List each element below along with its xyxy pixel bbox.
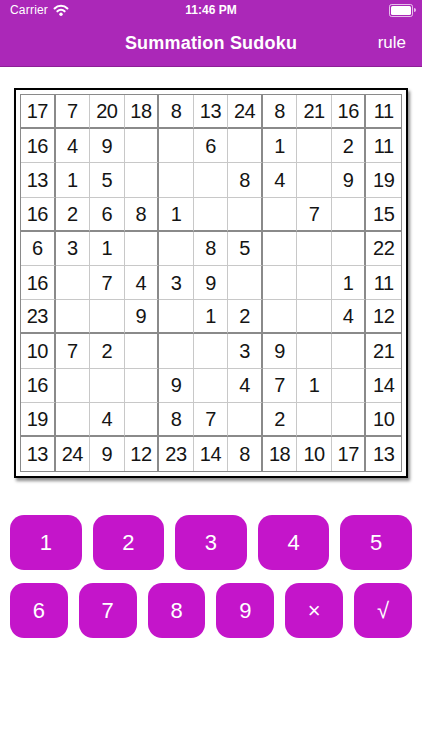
sum-clue-cell: 18 bbox=[125, 95, 160, 129]
page-title: Summation Sudoku bbox=[125, 33, 297, 54]
sum-clue-cell: 10 bbox=[297, 437, 332, 471]
sudoku-cell[interactable] bbox=[297, 163, 332, 197]
sudoku-cell[interactable]: 8 bbox=[125, 198, 160, 232]
sudoku-cell[interactable] bbox=[194, 369, 229, 403]
sum-clue-cell: 16 bbox=[332, 95, 367, 129]
sudoku-cell[interactable]: 9 bbox=[194, 266, 229, 300]
sudoku-cell[interactable] bbox=[56, 300, 91, 334]
sum-clue-cell: 7 bbox=[56, 95, 91, 129]
sudoku-cell[interactable]: 7 bbox=[194, 403, 229, 437]
sudoku-cell[interactable] bbox=[297, 129, 332, 163]
sudoku-cell[interactable] bbox=[159, 334, 194, 368]
sudoku-cell[interactable]: 1 bbox=[297, 369, 332, 403]
sum-clue-cell: 13 bbox=[194, 95, 229, 129]
sum-clue-cell: 21 bbox=[297, 95, 332, 129]
sum-clue-cell: 11 bbox=[366, 95, 401, 129]
sum-clue-cell: 16 bbox=[21, 266, 56, 300]
keypad-button-multiply[interactable]: × bbox=[285, 583, 343, 638]
sum-clue-cell: 13 bbox=[21, 163, 56, 197]
sudoku-cell[interactable] bbox=[125, 369, 160, 403]
sudoku-cell[interactable] bbox=[56, 369, 91, 403]
sudoku-cell[interactable] bbox=[90, 300, 125, 334]
sum-clue-cell: 22 bbox=[366, 232, 401, 266]
sudoku-cell[interactable] bbox=[159, 163, 194, 197]
sudoku-cell[interactable]: 2 bbox=[90, 334, 125, 368]
sudoku-cell[interactable]: 3 bbox=[228, 334, 263, 368]
sudoku-cell[interactable]: 4 bbox=[228, 369, 263, 403]
sudoku-cell[interactable] bbox=[56, 403, 91, 437]
sudoku-cell[interactable] bbox=[194, 163, 229, 197]
sudoku-cell[interactable]: 1 bbox=[56, 163, 91, 197]
sudoku-cell[interactable] bbox=[228, 403, 263, 437]
sudoku-cell[interactable]: 1 bbox=[90, 232, 125, 266]
sudoku-cell[interactable]: 1 bbox=[332, 266, 367, 300]
sudoku-cell[interactable]: 2 bbox=[263, 403, 298, 437]
sudoku-cell[interactable] bbox=[159, 300, 194, 334]
sum-clue-cell: 11 bbox=[366, 129, 401, 163]
keypad-button-9[interactable]: 9 bbox=[216, 583, 274, 638]
sudoku-cell[interactable] bbox=[263, 232, 298, 266]
sudoku-cell[interactable]: 3 bbox=[159, 266, 194, 300]
sum-clue-cell: 13 bbox=[21, 437, 56, 471]
keypad-button-8[interactable]: 8 bbox=[148, 583, 206, 638]
sudoku-cell[interactable] bbox=[332, 232, 367, 266]
keypad-button-5[interactable]: 5 bbox=[340, 515, 412, 570]
sudoku-cell[interactable]: 4 bbox=[90, 403, 125, 437]
keypad-row-1: 12345 bbox=[10, 515, 412, 570]
sudoku-cell[interactable]: 1 bbox=[194, 300, 229, 334]
sudoku-cell[interactable]: 4 bbox=[263, 163, 298, 197]
sudoku-cell[interactable]: 6 bbox=[90, 198, 125, 232]
sudoku-cell[interactable] bbox=[90, 369, 125, 403]
sum-clue-cell: 8 bbox=[263, 95, 298, 129]
sudoku-cell[interactable]: 5 bbox=[90, 163, 125, 197]
sum-clue-cell: 10 bbox=[366, 403, 401, 437]
sudoku-cell[interactable] bbox=[332, 334, 367, 368]
sudoku-cell[interactable]: 8 bbox=[228, 163, 263, 197]
sudoku-cell[interactable]: 7 bbox=[56, 334, 91, 368]
sum-clue-cell: 21 bbox=[366, 334, 401, 368]
sudoku-cell[interactable] bbox=[125, 232, 160, 266]
sum-clue-cell: 8 bbox=[159, 95, 194, 129]
sum-clue-cell: 20 bbox=[90, 95, 125, 129]
sudoku-cell[interactable] bbox=[297, 334, 332, 368]
keypad-button-check[interactable]: √ bbox=[354, 583, 412, 638]
sum-clue-cell: 24 bbox=[56, 437, 91, 471]
sum-clue-cell: 14 bbox=[194, 437, 229, 471]
sum-clue-cell: 16 bbox=[21, 198, 56, 232]
keypad-button-4[interactable]: 4 bbox=[258, 515, 330, 570]
sum-clue-cell: 6 bbox=[21, 232, 56, 266]
sudoku-cell[interactable]: 9 bbox=[90, 129, 125, 163]
battery-icon bbox=[389, 4, 416, 17]
sudoku-cell[interactable] bbox=[297, 300, 332, 334]
board: 1772018813248211611164961211131584919162… bbox=[20, 94, 402, 472]
wifi-icon bbox=[53, 4, 69, 16]
sudoku-cell[interactable] bbox=[125, 129, 160, 163]
sum-clue-cell: 24 bbox=[228, 95, 263, 129]
sudoku-cell[interactable] bbox=[125, 403, 160, 437]
sum-clue-cell: 18 bbox=[263, 437, 298, 471]
sum-clue-cell: 11 bbox=[366, 266, 401, 300]
sudoku-cell[interactable] bbox=[56, 266, 91, 300]
sudoku-cell[interactable] bbox=[228, 266, 263, 300]
sum-clue-cell: 12 bbox=[366, 300, 401, 334]
sudoku-cell[interactable] bbox=[332, 403, 367, 437]
sum-clue-cell: 15 bbox=[366, 198, 401, 232]
sudoku-cell[interactable]: 1 bbox=[263, 129, 298, 163]
keypad-button-3[interactable]: 3 bbox=[175, 515, 247, 570]
board-frame: 1772018813248211611164961211131584919162… bbox=[14, 88, 408, 478]
sum-clue-cell: 17 bbox=[332, 437, 367, 471]
keypad-row-2: 6789×√ bbox=[10, 583, 412, 638]
sudoku-cell[interactable] bbox=[159, 129, 194, 163]
sudoku-cell[interactable] bbox=[263, 266, 298, 300]
sudoku-cell[interactable]: 4 bbox=[332, 300, 367, 334]
sum-clue-cell: 12 bbox=[125, 437, 160, 471]
sum-clue-cell: 23 bbox=[159, 437, 194, 471]
sum-clue-cell: 8 bbox=[228, 437, 263, 471]
status-bar: Carrier 11:46 PM bbox=[0, 0, 422, 20]
sum-clue-cell: 19 bbox=[366, 163, 401, 197]
sudoku-cell[interactable] bbox=[194, 198, 229, 232]
keypad-button-2[interactable]: 2 bbox=[93, 515, 165, 570]
sudoku-cell[interactable]: 9 bbox=[159, 369, 194, 403]
sudoku-cell[interactable]: 7 bbox=[263, 369, 298, 403]
sudoku-cell[interactable]: 9 bbox=[332, 163, 367, 197]
sudoku-cell[interactable]: 4 bbox=[56, 129, 91, 163]
sudoku-cell[interactable] bbox=[263, 198, 298, 232]
sum-clue-cell: 16 bbox=[21, 129, 56, 163]
sudoku-cell[interactable] bbox=[194, 334, 229, 368]
sudoku-cell[interactable] bbox=[297, 266, 332, 300]
sudoku-cell[interactable]: 7 bbox=[297, 198, 332, 232]
carrier-label: Carrier bbox=[10, 3, 48, 17]
sudoku-cell[interactable] bbox=[125, 163, 160, 197]
sudoku-cell[interactable]: 5 bbox=[228, 232, 263, 266]
sudoku-cell[interactable]: 2 bbox=[332, 129, 367, 163]
sum-clue-cell: 16 bbox=[21, 369, 56, 403]
sudoku-cell[interactable]: 9 bbox=[263, 334, 298, 368]
sudoku-cell[interactable]: 9 bbox=[125, 300, 160, 334]
sudoku-cell[interactable] bbox=[297, 403, 332, 437]
sum-clue-cell: 9 bbox=[90, 437, 125, 471]
sudoku-cell[interactable]: 1 bbox=[159, 198, 194, 232]
sum-clue-cell: 17 bbox=[21, 95, 56, 129]
sudoku-cell[interactable] bbox=[332, 198, 367, 232]
sudoku-cell[interactable] bbox=[297, 232, 332, 266]
sum-clue-cell: 13 bbox=[366, 437, 401, 471]
sum-clue-cell: 14 bbox=[366, 369, 401, 403]
sum-clue-cell: 19 bbox=[21, 403, 56, 437]
sudoku-cell[interactable]: 6 bbox=[194, 129, 229, 163]
sudoku-cell[interactable] bbox=[332, 369, 367, 403]
sudoku-cell[interactable]: 8 bbox=[159, 403, 194, 437]
rule-button[interactable]: rule bbox=[378, 20, 406, 66]
sudoku-cell[interactable] bbox=[228, 198, 263, 232]
sudoku-cell[interactable] bbox=[263, 300, 298, 334]
keypad-button-1[interactable]: 1 bbox=[10, 515, 82, 570]
keypad: 12345 6789×√ bbox=[10, 515, 412, 638]
sudoku-cell[interactable]: 2 bbox=[56, 198, 91, 232]
nav-bar: Summation Sudoku rule bbox=[0, 20, 422, 67]
sudoku-cell[interactable]: 3 bbox=[56, 232, 91, 266]
sudoku-cell[interactable] bbox=[228, 129, 263, 163]
sudoku-cell[interactable] bbox=[159, 232, 194, 266]
keypad-button-6[interactable]: 6 bbox=[10, 583, 68, 638]
sudoku-cell[interactable]: 2 bbox=[228, 300, 263, 334]
sudoku-cell[interactable]: 7 bbox=[90, 266, 125, 300]
sum-clue-cell: 23 bbox=[21, 300, 56, 334]
sudoku-cell[interactable]: 8 bbox=[194, 232, 229, 266]
keypad-button-7[interactable]: 7 bbox=[79, 583, 137, 638]
sudoku-cell[interactable] bbox=[125, 334, 160, 368]
sudoku-cell[interactable]: 4 bbox=[125, 266, 160, 300]
sum-clue-cell: 10 bbox=[21, 334, 56, 368]
